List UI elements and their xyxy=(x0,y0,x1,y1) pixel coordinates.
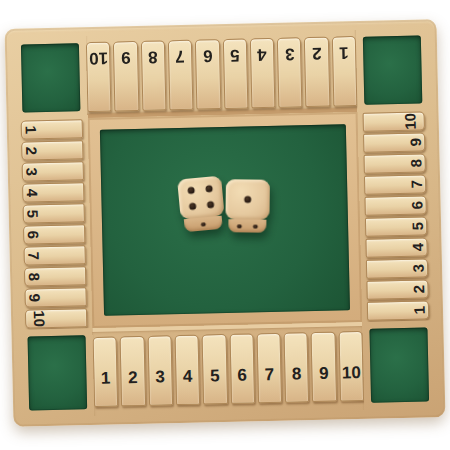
tile-top-5[interactable]: 5 xyxy=(222,38,248,109)
tile-right-6[interactable]: 6 xyxy=(364,195,426,215)
die-pip xyxy=(188,187,196,195)
tile-number: 1 xyxy=(101,369,111,389)
die-top-face xyxy=(225,179,269,220)
center-felt xyxy=(100,124,350,316)
tile-number: 6 xyxy=(408,201,425,210)
tile-number: 5 xyxy=(210,366,220,386)
die-pip xyxy=(237,224,242,228)
tile-number: 9 xyxy=(26,293,43,302)
tile-right-4[interactable]: 4 xyxy=(365,237,427,257)
corner-tray-top-right xyxy=(356,28,430,112)
tile-number: 2 xyxy=(23,147,40,156)
tile-right-3[interactable]: 3 xyxy=(366,258,428,278)
tile-number: 6 xyxy=(25,230,42,239)
die-1-showing-4[interactable] xyxy=(177,176,226,236)
tile-top-1[interactable]: 1 xyxy=(331,36,357,107)
tile-number: 5 xyxy=(230,45,240,65)
tile-right-7[interactable]: 7 xyxy=(364,174,426,194)
tile-bottom-5[interactable]: 5 xyxy=(202,334,228,405)
tile-number: 10 xyxy=(402,113,419,130)
die-pip xyxy=(252,224,257,228)
corner-felt-top-left xyxy=(21,43,81,112)
die-pip xyxy=(205,185,213,193)
tile-number: 2 xyxy=(410,285,427,294)
tile-number: 5 xyxy=(24,209,41,218)
tile-number: 3 xyxy=(23,168,40,177)
tile-bottom-8[interactable]: 8 xyxy=(284,332,310,403)
tile-number: 4 xyxy=(257,44,267,64)
tile-top-7[interactable]: 7 xyxy=(168,40,194,111)
tile-number: 3 xyxy=(409,264,426,273)
die-front-face xyxy=(184,216,223,232)
tile-number: 7 xyxy=(264,365,274,385)
tile-top-2[interactable]: 2 xyxy=(304,37,330,108)
tile-number: 3 xyxy=(155,367,165,387)
tile-number: 3 xyxy=(284,43,294,63)
photo-background: 10987654321 12345678910 10987654321 1234… xyxy=(0,0,450,450)
tile-right-2[interactable]: 2 xyxy=(366,279,428,299)
tile-number: 9 xyxy=(121,47,131,67)
tile-number: 10 xyxy=(342,363,361,383)
corner-tray-top-left xyxy=(14,36,88,120)
tile-number: 7 xyxy=(25,251,42,260)
corner-felt-top-right xyxy=(363,36,423,105)
tile-left-3[interactable]: 3 xyxy=(22,161,84,181)
tile-top-3[interactable]: 3 xyxy=(277,37,303,108)
tile-right-5[interactable]: 5 xyxy=(365,216,427,236)
tile-number: 6 xyxy=(237,366,247,386)
die-pip xyxy=(207,201,215,209)
die-pip xyxy=(189,203,197,211)
tile-bottom-6[interactable]: 6 xyxy=(229,333,255,404)
tile-left-8[interactable]: 8 xyxy=(24,266,86,286)
tile-number: 6 xyxy=(203,45,213,65)
tile-number: 4 xyxy=(409,243,426,252)
tile-top-10[interactable]: 10 xyxy=(86,42,112,113)
tile-number: 4 xyxy=(24,188,41,197)
tile-bottom-9[interactable]: 9 xyxy=(311,332,337,403)
tile-number: 9 xyxy=(319,364,329,384)
die-front-face xyxy=(228,219,266,232)
tile-number: 8 xyxy=(292,364,302,384)
tile-top-6[interactable]: 6 xyxy=(195,39,221,110)
tile-bottom-3[interactable]: 3 xyxy=(147,335,173,406)
die-pip xyxy=(201,222,206,226)
tile-left-9[interactable]: 9 xyxy=(24,287,86,307)
board-frame: 10987654321 12345678910 10987654321 1234… xyxy=(14,28,437,417)
tile-number: 1 xyxy=(339,42,349,62)
tile-top-4[interactable]: 4 xyxy=(250,38,276,109)
corner-felt-bottom-left xyxy=(28,335,88,410)
shut-the-box-board: 10987654321 12345678910 10987654321 1234… xyxy=(5,19,446,427)
tile-row-bottom: 12345678910 xyxy=(92,322,364,416)
tile-left-5[interactable]: 5 xyxy=(23,203,85,223)
center-well xyxy=(88,112,363,328)
tile-left-10[interactable]: 10 xyxy=(25,308,87,328)
tile-right-9[interactable]: 9 xyxy=(363,132,425,152)
tile-bottom-10[interactable]: 10 xyxy=(338,331,364,402)
tile-number: 4 xyxy=(183,367,193,387)
tile-number: 9 xyxy=(406,138,423,147)
tile-number: 2 xyxy=(128,368,138,388)
die-pip xyxy=(244,196,251,203)
tile-bottom-7[interactable]: 7 xyxy=(256,333,282,404)
tile-bottom-4[interactable]: 4 xyxy=(174,335,200,406)
tile-left-4[interactable]: 4 xyxy=(22,182,84,202)
die-top-face xyxy=(177,176,225,220)
tile-row-right: 10987654321 xyxy=(358,110,435,322)
tile-bottom-1[interactable]: 1 xyxy=(93,336,119,407)
tile-right-1[interactable]: 1 xyxy=(367,300,429,320)
tile-top-9[interactable]: 9 xyxy=(113,41,139,112)
tile-number: 7 xyxy=(407,180,424,189)
die-2-showing-1[interactable] xyxy=(225,179,270,233)
tile-right-10[interactable]: 10 xyxy=(363,111,425,131)
tile-number: 10 xyxy=(89,48,108,68)
tile-number: 10 xyxy=(31,310,48,327)
tile-number: 7 xyxy=(175,46,185,66)
tile-number: 5 xyxy=(408,222,425,231)
tile-top-8[interactable]: 8 xyxy=(140,40,166,111)
tile-left-2[interactable]: 2 xyxy=(21,140,83,160)
corner-felt-bottom-right xyxy=(369,327,429,402)
tile-bottom-2[interactable]: 2 xyxy=(120,336,146,407)
tile-number: 1 xyxy=(410,306,427,315)
tile-row-left: 12345678910 xyxy=(16,118,93,330)
tile-left-7[interactable]: 7 xyxy=(23,245,85,265)
dice-area xyxy=(179,176,270,234)
tile-number: 8 xyxy=(148,46,158,66)
tile-right-8[interactable]: 8 xyxy=(363,153,425,173)
tile-row-top: 10987654321 xyxy=(86,30,358,118)
corner-tray-bottom-left xyxy=(20,328,94,418)
tile-number: 8 xyxy=(26,272,43,281)
tile-number: 2 xyxy=(312,43,322,63)
corner-tray-bottom-right xyxy=(362,320,436,410)
tile-number: 1 xyxy=(22,126,39,135)
tile-number: 8 xyxy=(407,159,424,168)
tile-left-6[interactable]: 6 xyxy=(23,224,85,244)
tile-left-1[interactable]: 1 xyxy=(21,119,83,139)
